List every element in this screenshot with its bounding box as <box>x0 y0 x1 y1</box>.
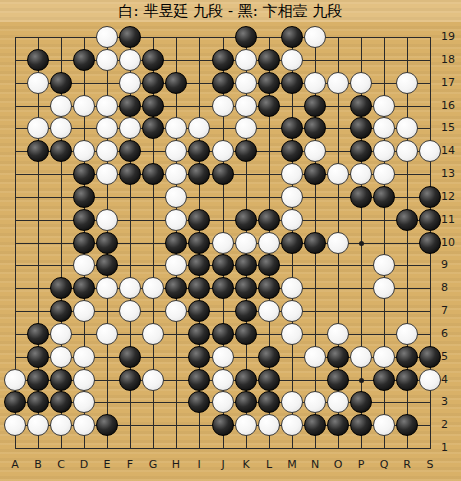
stone-white <box>350 72 372 94</box>
stone-black <box>212 254 234 276</box>
stone-white <box>27 117 49 139</box>
go-board[interactable]: 白: 芈昱廷 九段 - 黑: 卞相壹 九段 ABCDEFGHIJKLMNOPQR… <box>0 0 461 481</box>
row-label: 10 <box>441 236 461 249</box>
stone-white <box>281 300 303 322</box>
stone-black <box>419 209 441 231</box>
stone-white <box>235 95 257 117</box>
stone-black <box>212 414 234 436</box>
column-label: M <box>282 458 302 471</box>
stone-white <box>304 72 326 94</box>
stone-white <box>165 209 187 231</box>
stone-black <box>212 49 234 71</box>
stone-black <box>396 369 418 391</box>
row-label: 1 <box>441 441 461 454</box>
stone-black <box>165 277 187 299</box>
stone-black <box>235 277 257 299</box>
row-label: 15 <box>441 121 461 134</box>
stone-white <box>165 140 187 162</box>
stone-white <box>27 72 49 94</box>
stone-black <box>165 72 187 94</box>
stone-white <box>281 323 303 345</box>
stone-black <box>350 95 372 117</box>
stone-black <box>235 140 257 162</box>
stone-black <box>235 323 257 345</box>
stone-black <box>142 95 164 117</box>
stone-white <box>235 117 257 139</box>
stone-black <box>419 186 441 208</box>
stone-white <box>50 414 72 436</box>
column-label: N <box>305 458 325 471</box>
stone-white <box>119 300 141 322</box>
stone-white <box>350 163 372 185</box>
stone-black <box>396 209 418 231</box>
stone-white <box>73 391 95 413</box>
stone-white <box>142 369 164 391</box>
row-label: 16 <box>441 99 461 112</box>
row-label: 4 <box>441 373 461 386</box>
stone-white <box>142 323 164 345</box>
stone-black <box>258 72 280 94</box>
stone-black <box>212 163 234 185</box>
stone-black <box>188 140 210 162</box>
stone-black <box>73 232 95 254</box>
stone-black <box>50 140 72 162</box>
stone-black <box>419 346 441 368</box>
stone-black <box>188 163 210 185</box>
stone-white <box>73 414 95 436</box>
stone-black <box>281 26 303 48</box>
stone-white <box>327 72 349 94</box>
stone-white <box>73 140 95 162</box>
stone-white <box>165 254 187 276</box>
stone-white <box>304 26 326 48</box>
stone-white <box>373 414 395 436</box>
stone-black <box>396 414 418 436</box>
row-label: 8 <box>441 281 461 294</box>
stone-black <box>119 163 141 185</box>
row-label: 14 <box>441 144 461 157</box>
column-label: H <box>166 458 186 471</box>
stone-black <box>50 300 72 322</box>
stone-black <box>4 391 26 413</box>
stone-black <box>188 391 210 413</box>
stone-white <box>373 95 395 117</box>
stone-black <box>373 186 395 208</box>
stone-black <box>235 391 257 413</box>
stone-black <box>188 369 210 391</box>
stone-white <box>96 277 118 299</box>
stone-white <box>258 232 280 254</box>
stone-white <box>50 117 72 139</box>
stone-white <box>212 369 234 391</box>
stone-black <box>188 277 210 299</box>
stone-black <box>419 232 441 254</box>
stone-white <box>50 346 72 368</box>
game-title: 白: 芈昱廷 九段 - 黑: 卞相壹 九段 <box>0 2 461 20</box>
stone-white <box>212 95 234 117</box>
stone-white <box>119 117 141 139</box>
stone-white <box>281 163 303 185</box>
stone-white <box>73 254 95 276</box>
stone-black <box>235 300 257 322</box>
stone-white <box>327 391 349 413</box>
stone-white <box>119 277 141 299</box>
stone-black <box>50 72 72 94</box>
stone-black <box>119 26 141 48</box>
stone-white <box>212 346 234 368</box>
stone-black <box>327 414 349 436</box>
row-label: 3 <box>441 395 461 408</box>
stone-white <box>327 232 349 254</box>
stone-black <box>281 140 303 162</box>
stone-white <box>304 346 326 368</box>
stone-black <box>258 254 280 276</box>
stone-black <box>27 391 49 413</box>
stone-white <box>96 163 118 185</box>
column-label: L <box>259 458 279 471</box>
column-label: P <box>351 458 371 471</box>
stone-black <box>142 163 164 185</box>
stone-black <box>258 277 280 299</box>
stone-black <box>258 391 280 413</box>
stone-black <box>188 323 210 345</box>
stone-white <box>373 117 395 139</box>
column-label: Q <box>374 458 394 471</box>
stone-white <box>235 232 257 254</box>
stone-white <box>235 414 257 436</box>
stone-white <box>281 277 303 299</box>
stone-white <box>396 72 418 94</box>
stone-white <box>73 369 95 391</box>
stone-black <box>188 346 210 368</box>
stone-white <box>212 391 234 413</box>
stone-black <box>165 232 187 254</box>
stone-black <box>27 346 49 368</box>
column-label: F <box>120 458 140 471</box>
stone-black <box>304 95 326 117</box>
row-label: 13 <box>441 167 461 180</box>
stone-black <box>142 49 164 71</box>
stone-black <box>258 49 280 71</box>
stone-white <box>281 186 303 208</box>
stone-white <box>165 117 187 139</box>
stone-black <box>188 209 210 231</box>
stone-black <box>96 414 118 436</box>
column-label: I <box>189 458 209 471</box>
stone-black <box>350 140 372 162</box>
stone-black <box>188 232 210 254</box>
stone-white <box>96 95 118 117</box>
stone-black <box>50 369 72 391</box>
stone-white <box>188 117 210 139</box>
stone-white <box>165 186 187 208</box>
stone-black <box>73 186 95 208</box>
stone-white <box>327 163 349 185</box>
stone-white <box>50 95 72 117</box>
stone-black <box>350 414 372 436</box>
stone-white <box>96 140 118 162</box>
stone-white <box>96 209 118 231</box>
stone-white <box>373 254 395 276</box>
stone-white <box>27 414 49 436</box>
stone-black <box>258 346 280 368</box>
stone-black <box>188 300 210 322</box>
stone-white <box>96 26 118 48</box>
stone-black <box>142 72 164 94</box>
stone-white <box>4 414 26 436</box>
stone-white <box>281 209 303 231</box>
stone-white <box>165 163 187 185</box>
stone-white <box>73 95 95 117</box>
column-label: R <box>397 458 417 471</box>
stone-black <box>73 209 95 231</box>
row-label: 18 <box>441 53 461 66</box>
stone-white <box>258 300 280 322</box>
star-point <box>359 241 364 246</box>
stone-black <box>27 49 49 71</box>
stone-black <box>27 140 49 162</box>
row-label: 2 <box>441 418 461 431</box>
stone-white <box>304 391 326 413</box>
row-label: 7 <box>441 304 461 317</box>
stone-black <box>281 117 303 139</box>
row-label: 5 <box>441 350 461 363</box>
stone-white <box>4 369 26 391</box>
row-label: 19 <box>441 30 461 43</box>
stone-black <box>50 277 72 299</box>
stone-black <box>119 346 141 368</box>
stone-black <box>235 209 257 231</box>
stone-black <box>142 117 164 139</box>
star-point <box>359 378 364 383</box>
stone-white <box>73 346 95 368</box>
column-label: O <box>328 458 348 471</box>
stone-white <box>373 140 395 162</box>
stone-white <box>96 49 118 71</box>
stone-black <box>73 49 95 71</box>
stone-white <box>304 140 326 162</box>
stone-white <box>258 414 280 436</box>
stone-black <box>304 232 326 254</box>
stone-white <box>235 72 257 94</box>
stone-black <box>304 163 326 185</box>
stone-black <box>27 369 49 391</box>
stone-white <box>235 49 257 71</box>
stone-black <box>235 369 257 391</box>
stone-white <box>212 232 234 254</box>
stone-black <box>235 26 257 48</box>
stone-black <box>235 254 257 276</box>
row-label: 17 <box>441 76 461 89</box>
stone-white <box>396 140 418 162</box>
stone-white <box>73 300 95 322</box>
column-label: S <box>420 458 440 471</box>
row-label: 11 <box>441 213 461 226</box>
stone-white <box>396 323 418 345</box>
stone-white <box>165 300 187 322</box>
stone-black <box>327 346 349 368</box>
stone-white <box>281 49 303 71</box>
stone-black <box>73 277 95 299</box>
stone-black <box>212 323 234 345</box>
column-label: E <box>97 458 117 471</box>
stone-black <box>96 254 118 276</box>
column-label: G <box>143 458 163 471</box>
stone-white <box>327 323 349 345</box>
stone-black <box>304 117 326 139</box>
stone-white <box>350 346 372 368</box>
stone-white <box>373 346 395 368</box>
column-label: D <box>74 458 94 471</box>
stone-black <box>50 391 72 413</box>
stone-white <box>96 323 118 345</box>
stone-black <box>304 414 326 436</box>
stone-black <box>212 277 234 299</box>
stone-black <box>96 232 118 254</box>
stone-black <box>258 369 280 391</box>
stone-white <box>373 277 395 299</box>
stone-black <box>188 254 210 276</box>
stone-white <box>142 277 164 299</box>
stone-black <box>350 391 372 413</box>
stone-black <box>73 163 95 185</box>
column-label: B <box>28 458 48 471</box>
stone-white <box>281 391 303 413</box>
row-label: 12 <box>441 190 461 203</box>
stone-white <box>419 369 441 391</box>
row-label: 6 <box>441 327 461 340</box>
stone-black <box>373 369 395 391</box>
stone-black <box>258 95 280 117</box>
stone-black <box>119 369 141 391</box>
stone-black <box>327 369 349 391</box>
column-label: C <box>51 458 71 471</box>
stone-white <box>119 72 141 94</box>
stone-black <box>119 95 141 117</box>
column-label: K <box>236 458 256 471</box>
column-label: J <box>213 458 233 471</box>
stone-black <box>281 72 303 94</box>
stone-black <box>119 140 141 162</box>
stone-white <box>396 117 418 139</box>
stone-white <box>119 49 141 71</box>
stone-white <box>419 140 441 162</box>
stone-black <box>350 117 372 139</box>
stone-white <box>373 163 395 185</box>
stone-black <box>258 209 280 231</box>
stone-black <box>281 232 303 254</box>
stone-black <box>27 323 49 345</box>
stone-white <box>281 414 303 436</box>
stone-white <box>50 323 72 345</box>
stone-white <box>96 117 118 139</box>
stone-black <box>350 186 372 208</box>
row-label: 9 <box>441 258 461 271</box>
stone-black <box>212 72 234 94</box>
column-label: A <box>5 458 25 471</box>
stone-white <box>212 140 234 162</box>
stone-black <box>396 346 418 368</box>
